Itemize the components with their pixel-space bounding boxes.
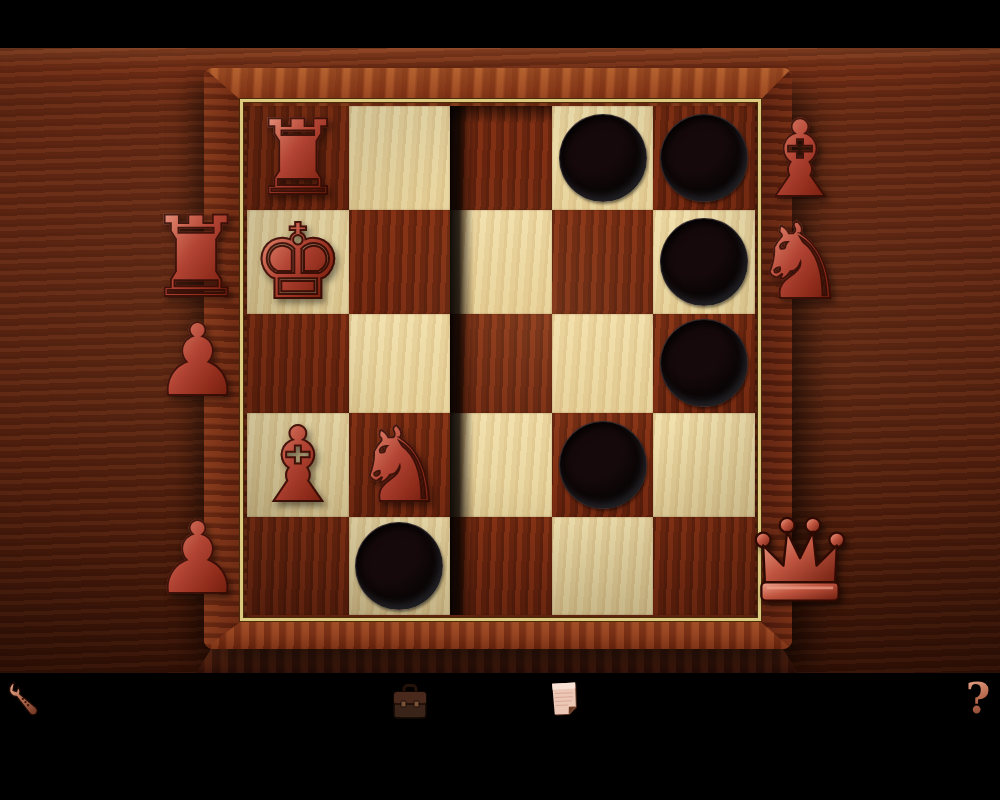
board-frame: ♜♚♝♞ [204,68,792,649]
board-grid: ♜♚♝♞ [247,106,755,615]
square-r4c5[interactable] [653,413,755,517]
note-icon [550,681,582,719]
square-r4c2[interactable]: ♞ [349,413,451,517]
bottom-toolbar: ? [0,673,1000,800]
tray-red-knight[interactable]: ♞ [752,212,848,312]
red-knight[interactable]: ♞ [353,413,446,517]
square-r5c3[interactable] [450,517,552,616]
square-r2c3[interactable] [450,210,552,314]
tray-red-bishop[interactable]: ♝ [752,110,848,210]
black-disc[interactable] [559,421,647,509]
table-front-edge [196,649,798,673]
tray-red-pawn-1[interactable]: ♟ [150,308,245,414]
frame-bottom-face [204,617,792,649]
black-disc[interactable] [559,114,647,202]
square-r1c2[interactable] [349,106,451,210]
wrench-icon [5,680,47,720]
square-r5c2[interactable] [349,517,451,616]
square-r2c1[interactable]: ♚ [247,210,349,314]
tray-red-rook[interactable]: ♜ [146,202,246,312]
square-r1c1[interactable]: ♜ [247,106,349,210]
game-screen: ♜♚♝♞ ♜ ♟ ♟ ♝ ♞ [0,0,1000,800]
square-r3c1[interactable] [247,314,349,413]
black-disc[interactable] [355,522,443,610]
square-r5c1[interactable] [247,517,349,616]
square-r3c2[interactable] [349,314,451,413]
help-button[interactable]: ? [958,675,998,723]
tray-red-pawn-2[interactable]: ♟ [150,506,245,612]
square-r4c1[interactable]: ♝ [247,413,349,517]
queen-crown-icon [754,514,846,610]
tray-red-queen-crown[interactable] [754,514,846,610]
square-r3c3[interactable] [450,314,552,413]
red-bishop[interactable]: ♝ [251,413,344,517]
red-king[interactable]: ♚ [251,210,344,314]
square-r5c4[interactable] [552,517,654,616]
black-disc[interactable] [660,319,748,407]
black-disc[interactable] [660,114,748,202]
question-mark-icon: ? [966,674,991,723]
square-r3c5[interactable] [653,314,755,413]
inventory-button[interactable] [391,681,429,721]
notes-button[interactable] [550,681,582,719]
square-r2c5[interactable] [653,210,755,314]
black-disc[interactable] [660,218,748,306]
square-r4c4[interactable] [552,413,654,517]
square-r2c2[interactable] [349,210,451,314]
tools-button[interactable] [5,680,47,720]
square-r1c3[interactable] [450,106,552,210]
square-r1c4[interactable] [552,106,654,210]
red-rook[interactable]: ♜ [251,106,344,210]
briefcase-icon [391,681,429,721]
square-r3c4[interactable] [552,314,654,413]
square-r5c5[interactable] [653,517,755,616]
square-r2c4[interactable] [552,210,654,314]
square-r1c5[interactable] [653,106,755,210]
square-r4c3[interactable] [450,413,552,517]
